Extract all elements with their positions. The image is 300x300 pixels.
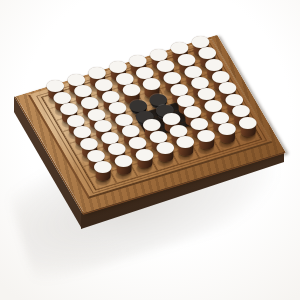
peg-hole [195,142,216,156]
peg-hole [92,174,113,188]
product-photo-stage: ●●●●●●●●●●●●●●●●●●●●●●●●●●●●●●●●●●●●●●●●… [0,0,300,300]
peg-hole [113,168,134,182]
peg-hole [175,149,196,163]
peg-hole [216,136,237,150]
peg-hole [154,155,175,169]
peg-hole [237,130,258,144]
peg-hole [134,161,155,175]
